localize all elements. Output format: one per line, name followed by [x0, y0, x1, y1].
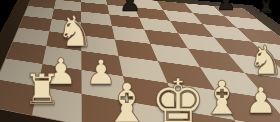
piece-white-rook-a1[interactable]: ♜ — [23, 69, 61, 111]
piece-black-bishop-g6[interactable]: ♝ — [254, 0, 277, 16]
piece-white-bishop-f1[interactable]: ♝ — [201, 75, 242, 121]
piece-black-pawn-e6[interactable]: ♟ — [216, 0, 236, 14]
piece-white-pawn-g2[interactable]: ♟ — [245, 83, 277, 119]
piece-white-knight-g4[interactable]: ♞ — [248, 40, 280, 80]
piece-black-pawn-d5[interactable]: ♟ — [119, 0, 141, 15]
piece-white-king-e1[interactable]: ♚ — [150, 71, 206, 122]
piece-white-knight-b3[interactable]: ♞ — [56, 11, 94, 53]
chess-3d-scene: ♟♟♝♞♞♟♟♜♟♝♝♚ — [0, 0, 280, 122]
piece-white-bishop-c1[interactable]: ♝ — [103, 77, 151, 122]
